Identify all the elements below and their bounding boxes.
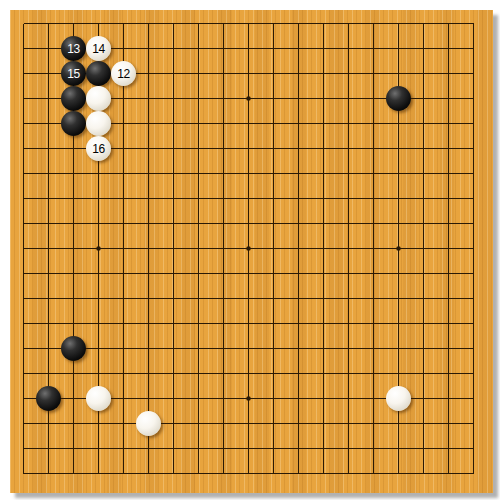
star-point bbox=[396, 246, 401, 251]
white-stone[interactable] bbox=[386, 386, 411, 411]
black-stone[interactable] bbox=[61, 111, 86, 136]
white-stone[interactable] bbox=[86, 111, 111, 136]
white-stone[interactable]: 12 bbox=[111, 61, 136, 86]
star-point bbox=[246, 396, 251, 401]
black-stone[interactable] bbox=[86, 61, 111, 86]
black-stone[interactable] bbox=[36, 386, 61, 411]
white-stone[interactable] bbox=[86, 86, 111, 111]
star-point bbox=[246, 246, 251, 251]
white-stone[interactable] bbox=[136, 411, 161, 436]
move-number-label: 15 bbox=[67, 68, 79, 80]
move-number-label: 13 bbox=[67, 43, 79, 55]
white-stone[interactable]: 16 bbox=[86, 136, 111, 161]
star-point bbox=[246, 96, 251, 101]
move-number-label: 14 bbox=[92, 43, 104, 55]
black-stone[interactable] bbox=[386, 86, 411, 111]
page: { "game": "go", "board": { "size": 19, "… bbox=[0, 0, 500, 500]
black-stone[interactable] bbox=[61, 86, 86, 111]
white-stone[interactable]: 14 bbox=[86, 36, 111, 61]
move-number-label: 12 bbox=[117, 68, 129, 80]
black-stone[interactable]: 15 bbox=[61, 61, 86, 86]
black-stone[interactable] bbox=[61, 336, 86, 361]
black-stone[interactable]: 13 bbox=[61, 36, 86, 61]
move-number-label: 16 bbox=[92, 143, 104, 155]
star-point bbox=[96, 246, 101, 251]
go-board[interactable]: 1314151216 bbox=[10, 10, 493, 493]
white-stone[interactable] bbox=[86, 386, 111, 411]
board-grid bbox=[10, 10, 493, 493]
